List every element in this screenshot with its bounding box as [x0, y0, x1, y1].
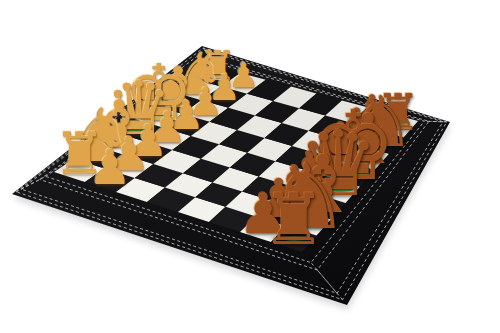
piece-black-king-e8: ♚	[311, 99, 396, 194]
piece-black-queen-d8: ♛	[298, 119, 379, 209]
piece-shadow	[231, 80, 252, 85]
piece-white-pawn-c2: ♟	[128, 119, 168, 163]
piece-shadow	[177, 85, 213, 94]
piece-white-bishop-f1: ♝	[153, 60, 203, 116]
felt-base	[337, 171, 369, 176]
piece-black-pawn-f7: ♟	[321, 117, 360, 161]
piece-shadow	[267, 233, 311, 244]
pieces-layer: ♜♞♝♛♚♝♞♜♟♟♟♟♟♟♟♟♟♟♟♟♟♟♟♟♜♞♝♛♚♝♞♜	[0, 0, 500, 333]
piece-black-pawn-g7: ♟	[338, 103, 375, 145]
piece-shadow	[259, 209, 292, 218]
piece-black-pawn-d7: ♟	[288, 145, 332, 194]
chess-photo-scene: chess ♜♞♝♛♚♝♞♜♟♟♟♟♟♟♟♟♟♟♟♟♟♟♟♟♜♞♝♛♚♝♞♜	[0, 0, 500, 333]
piece-white-pawn-e2: ♟	[168, 95, 204, 135]
piece-shadow	[341, 131, 367, 138]
piece-shadow	[242, 224, 277, 233]
piece-white-rook-a1: ♜	[53, 125, 105, 183]
piece-white-pawn-d2: ♟	[148, 107, 186, 149]
felt-base	[389, 124, 406, 127]
felt-base	[218, 96, 230, 98]
piece-shadow	[305, 182, 361, 196]
felt-base	[270, 212, 288, 215]
piece-black-pawn-e7: ♟	[305, 131, 347, 177]
piece-black-pawn-b7: ♟	[255, 172, 303, 226]
piece-shadow	[171, 121, 196, 127]
felt-base	[141, 151, 156, 153]
felt-base	[179, 123, 193, 125]
piece-shadow	[357, 136, 400, 147]
felt-base	[318, 164, 334, 167]
piece-white-pawn-h2: ♟	[228, 58, 258, 92]
felt-base	[238, 82, 250, 84]
felt-base	[211, 75, 225, 77]
piece-black-rook-a8: ♜	[262, 184, 326, 255]
piece-shadow	[112, 162, 141, 169]
piece-shadow	[379, 121, 410, 129]
piece-shadow	[343, 152, 386, 163]
felt-base	[126, 128, 151, 132]
felt-base	[145, 114, 172, 118]
piece-shadow	[318, 166, 377, 181]
felt-base	[310, 204, 337, 208]
felt-base	[121, 165, 137, 168]
felt-base	[302, 180, 319, 183]
piece-shadow	[203, 73, 228, 80]
piece-shadow	[294, 200, 343, 213]
piece-shadow	[191, 108, 215, 114]
piece-black-bishop-f8: ♝	[337, 105, 399, 174]
felt-base	[286, 196, 303, 199]
piece-shadow	[132, 149, 160, 156]
piece-shadow	[308, 162, 337, 169]
piece-white-king-e1: ♚	[124, 56, 194, 134]
piece-shadow	[157, 98, 192, 107]
piece-black-knight-g8: ♞	[352, 87, 415, 157]
felt-base	[160, 137, 174, 139]
piece-white-pawn-b2: ♟	[108, 131, 150, 177]
felt-base	[199, 110, 212, 112]
piece-shadow	[358, 115, 382, 121]
piece-shadow	[211, 94, 233, 100]
felt-base	[188, 88, 207, 91]
felt-base	[293, 220, 324, 225]
piece-black-rook-h8: ♜	[375, 88, 420, 138]
felt-base	[334, 149, 349, 151]
felt-base	[102, 178, 118, 181]
felt-base	[108, 141, 130, 145]
piece-white-queen-d1: ♛	[106, 72, 172, 146]
felt-base	[356, 156, 379, 160]
piece-white-rook-h1: ♜	[200, 46, 237, 87]
felt-base	[87, 154, 112, 158]
piece-shadow	[325, 146, 352, 153]
piece-black-knight-b8: ♞	[268, 152, 349, 242]
piece-shadow	[72, 150, 118, 162]
piece-black-pawn-h7: ♟	[355, 89, 390, 128]
piece-white-knight-g1: ♞	[172, 46, 223, 103]
piece-shadow	[129, 110, 177, 122]
felt-base	[365, 117, 378, 119]
piece-black-bishop-c8: ♝	[288, 144, 360, 224]
piece-shadow	[275, 215, 331, 229]
piece-black-pawn-c7: ♟	[271, 159, 317, 210]
felt-base	[350, 133, 364, 135]
piece-white-pawn-f2: ♟	[188, 83, 222, 121]
felt-base	[282, 237, 306, 241]
piece-white-bishop-c1: ♝	[90, 93, 149, 158]
piece-shadow	[95, 138, 136, 148]
felt-base	[371, 140, 395, 144]
felt-base	[169, 101, 188, 104]
felt-base	[254, 227, 273, 230]
piece-white-knight-b1: ♞	[66, 99, 132, 173]
piece-shadow	[275, 193, 307, 201]
piece-shadow	[92, 176, 122, 184]
piece-shadow	[111, 123, 157, 135]
piece-shadow	[292, 177, 322, 185]
piece-white-pawn-a2: ♟	[88, 143, 131, 192]
piece-shadow	[152, 135, 178, 142]
felt-base	[323, 187, 354, 192]
piece-shadow	[58, 165, 94, 174]
piece-black-pawn-a7: ♟	[238, 186, 288, 242]
felt-base	[69, 168, 89, 171]
piece-white-pawn-g2: ♟	[208, 70, 240, 106]
